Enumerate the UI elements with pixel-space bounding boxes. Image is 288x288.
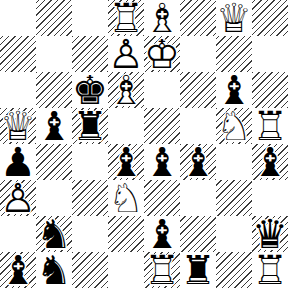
- square-c3[interactable]: [72, 180, 108, 216]
- white-rook-icon: ♖: [144, 252, 180, 288]
- square-g5[interactable]: ♞♘: [216, 108, 252, 144]
- white-king-icon: ♔: [144, 36, 180, 72]
- square-g8[interactable]: ♛♕: [216, 0, 252, 36]
- black-bishop-halo: ♝: [108, 144, 144, 180]
- white-pawn-icon: ♙: [108, 36, 144, 72]
- square-f6[interactable]: [180, 72, 216, 108]
- black-knight-icon: ♞: [36, 252, 72, 288]
- white-knight-icon: ♘: [216, 108, 252, 144]
- black-bishop-icon: ♝: [180, 144, 216, 180]
- square-f7[interactable]: [180, 36, 216, 72]
- square-e8[interactable]: ♝♗: [144, 0, 180, 36]
- black-bishop-icon: ♝: [144, 144, 180, 180]
- square-e5[interactable]: [144, 108, 180, 144]
- black-bishop-icon: ♝: [108, 144, 144, 180]
- square-g7[interactable]: [216, 36, 252, 72]
- black-bishop-icon: ♝: [36, 108, 72, 144]
- square-c1[interactable]: [72, 252, 108, 288]
- black-bishop-halo: ♝: [216, 72, 252, 108]
- white-king-halo: ♚: [144, 36, 180, 72]
- square-d6[interactable]: ♝♗: [108, 72, 144, 108]
- square-b8[interactable]: [36, 0, 72, 36]
- square-c6[interactable]: ♚♚: [72, 72, 108, 108]
- black-pawn-icon: ♟: [0, 144, 36, 180]
- square-a2[interactable]: [0, 216, 36, 252]
- square-g3[interactable]: [216, 180, 252, 216]
- square-c5[interactable]: ♜♜: [72, 108, 108, 144]
- white-pawn-halo: ♟: [108, 36, 144, 72]
- square-f2[interactable]: [180, 216, 216, 252]
- square-b6[interactable]: [36, 72, 72, 108]
- chess-board: ♜♖♝♗♛♕♟♙♚♔♚♚♝♗♝♝♛♕♝♝♜♜♞♘♜♖♟♟♝♝♝♝♝♝♝♝♟♙♞♘…: [0, 0, 288, 288]
- black-bishop-icon: ♝: [252, 144, 288, 180]
- black-rook-halo: ♜: [72, 108, 108, 144]
- square-b7[interactable]: [36, 36, 72, 72]
- black-bishop-icon: ♝: [216, 72, 252, 108]
- black-king-icon: ♚: [72, 72, 108, 108]
- square-h4[interactable]: ♝♝: [252, 144, 288, 180]
- white-queen-icon: ♕: [0, 108, 36, 144]
- black-bishop-halo: ♝: [144, 216, 180, 252]
- square-d5[interactable]: [108, 108, 144, 144]
- square-e3[interactable]: [144, 180, 180, 216]
- black-queen-icon: ♛: [252, 216, 288, 252]
- square-c2[interactable]: [72, 216, 108, 252]
- square-b1[interactable]: ♞♞: [36, 252, 72, 288]
- white-knight-icon: ♘: [108, 180, 144, 216]
- square-h5[interactable]: ♜♖: [252, 108, 288, 144]
- black-bishop-icon: ♝: [0, 252, 36, 288]
- square-e1[interactable]: ♜♖: [144, 252, 180, 288]
- square-e7[interactable]: ♚♔: [144, 36, 180, 72]
- black-rook-icon: ♜: [72, 108, 108, 144]
- white-rook-icon: ♖: [252, 252, 288, 288]
- white-rook-halo: ♜: [144, 252, 180, 288]
- square-c7[interactable]: [72, 36, 108, 72]
- black-pawn-halo: ♟: [0, 144, 36, 180]
- square-h7[interactable]: [252, 36, 288, 72]
- white-bishop-icon: ♗: [108, 72, 144, 108]
- square-h3[interactable]: [252, 180, 288, 216]
- square-g1[interactable]: [216, 252, 252, 288]
- white-rook-halo: ♜: [252, 108, 288, 144]
- white-queen-halo: ♛: [0, 108, 36, 144]
- white-knight-halo: ♞: [108, 180, 144, 216]
- white-rook-icon: ♖: [252, 108, 288, 144]
- square-d2[interactable]: [108, 216, 144, 252]
- square-d8[interactable]: ♜♖: [108, 0, 144, 36]
- square-a5[interactable]: ♛♕: [0, 108, 36, 144]
- black-rook-halo: ♜: [180, 252, 216, 288]
- square-e4[interactable]: ♝♝: [144, 144, 180, 180]
- square-a1[interactable]: ♝♝: [0, 252, 36, 288]
- square-c8[interactable]: [72, 0, 108, 36]
- square-h8[interactable]: [252, 0, 288, 36]
- square-g6[interactable]: ♝♝: [216, 72, 252, 108]
- square-g4[interactable]: [216, 144, 252, 180]
- white-pawn-icon: ♙: [0, 180, 36, 216]
- white-queen-halo: ♛: [216, 0, 252, 36]
- black-rook-icon: ♜: [180, 252, 216, 288]
- black-knight-icon: ♞: [36, 216, 72, 252]
- square-f3[interactable]: [180, 180, 216, 216]
- white-pawn-halo: ♟: [0, 180, 36, 216]
- black-bishop-halo: ♝: [0, 252, 36, 288]
- square-b2[interactable]: ♞♞: [36, 216, 72, 252]
- square-e2[interactable]: ♝♝: [144, 216, 180, 252]
- white-bishop-icon: ♗: [144, 0, 180, 36]
- black-bishop-halo: ♝: [180, 144, 216, 180]
- square-b4[interactable]: [36, 144, 72, 180]
- white-rook-halo: ♜: [108, 0, 144, 36]
- square-h1[interactable]: ♜♖: [252, 252, 288, 288]
- black-king-halo: ♚: [72, 72, 108, 108]
- square-h2[interactable]: ♛♛: [252, 216, 288, 252]
- white-rook-halo: ♜: [252, 252, 288, 288]
- white-knight-halo: ♞: [216, 108, 252, 144]
- white-bishop-halo: ♝: [144, 0, 180, 36]
- square-a3[interactable]: ♟♙: [0, 180, 36, 216]
- square-b3[interactable]: [36, 180, 72, 216]
- square-h6[interactable]: [252, 72, 288, 108]
- square-f4[interactable]: ♝♝: [180, 144, 216, 180]
- square-d7[interactable]: ♟♙: [108, 36, 144, 72]
- square-a7[interactable]: [0, 36, 36, 72]
- black-bishop-icon: ♝: [144, 216, 180, 252]
- square-e6[interactable]: [144, 72, 180, 108]
- square-a8[interactable]: [0, 0, 36, 36]
- square-a6[interactable]: [0, 72, 36, 108]
- white-queen-icon: ♕: [216, 0, 252, 36]
- black-bishop-halo: ♝: [252, 144, 288, 180]
- square-b5[interactable]: ♝♝: [36, 108, 72, 144]
- white-bishop-halo: ♝: [108, 72, 144, 108]
- white-rook-icon: ♖: [108, 0, 144, 36]
- square-a4[interactable]: ♟♟: [0, 144, 36, 180]
- black-knight-halo: ♞: [36, 216, 72, 252]
- square-f8[interactable]: [180, 0, 216, 36]
- square-f5[interactable]: [180, 108, 216, 144]
- square-f1[interactable]: ♜♜: [180, 252, 216, 288]
- black-knight-halo: ♞: [36, 252, 72, 288]
- black-bishop-halo: ♝: [144, 144, 180, 180]
- square-g2[interactable]: [216, 216, 252, 252]
- square-d1[interactable]: [108, 252, 144, 288]
- square-d4[interactable]: ♝♝: [108, 144, 144, 180]
- square-c4[interactable]: [72, 144, 108, 180]
- square-d3[interactable]: ♞♘: [108, 180, 144, 216]
- black-bishop-halo: ♝: [36, 108, 72, 144]
- black-queen-halo: ♛: [252, 216, 288, 252]
